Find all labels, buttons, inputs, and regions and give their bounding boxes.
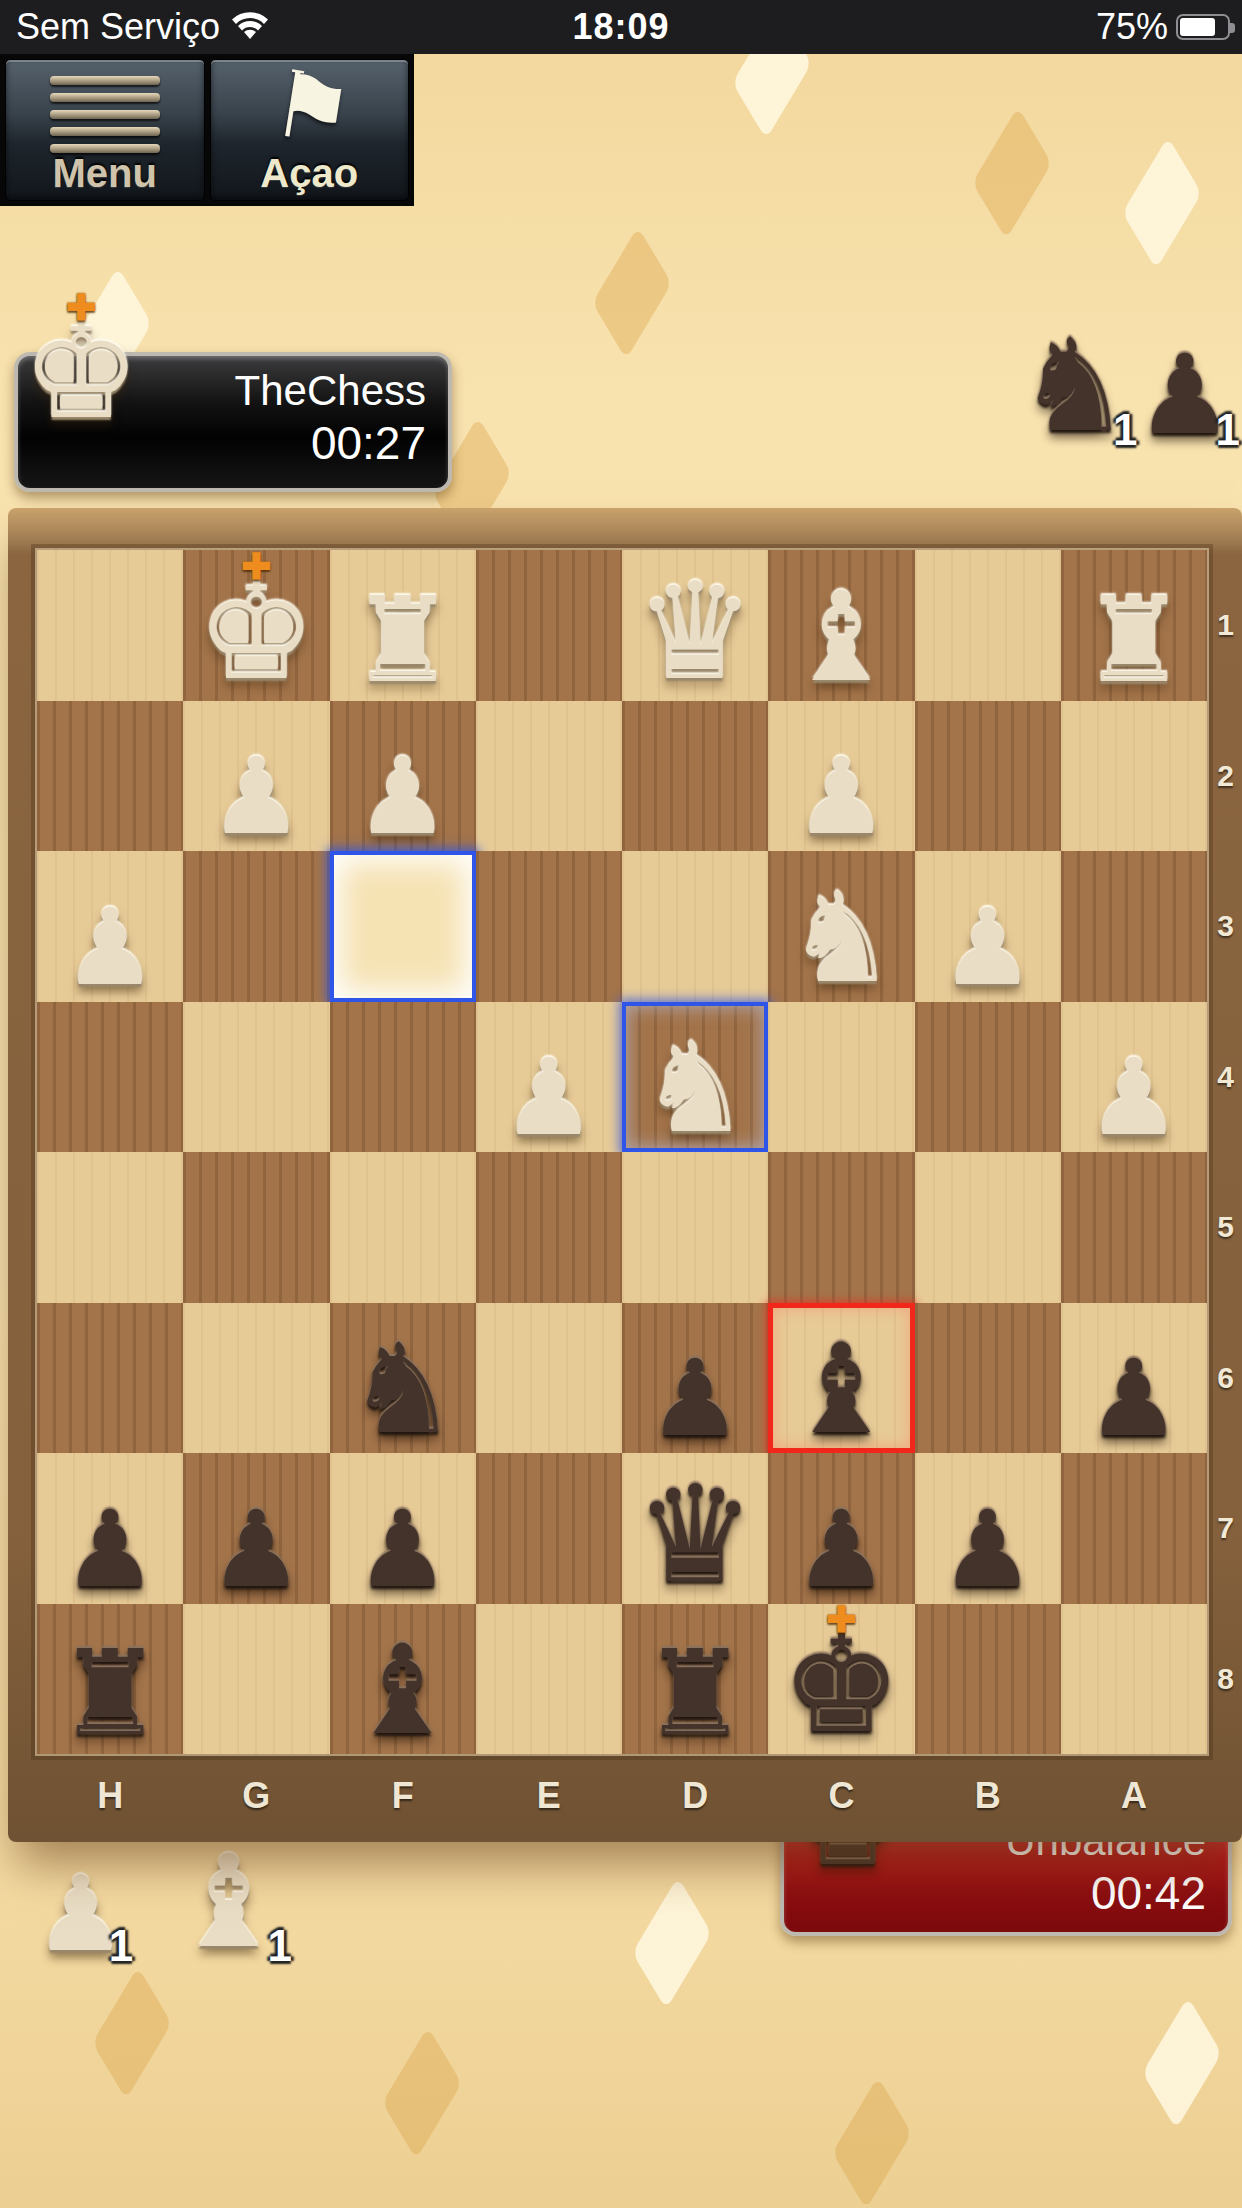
square-a5[interactable] [1061,1152,1207,1303]
black-pawn-f7[interactable]: ♟ [355,1496,450,1602]
white-knight-d4[interactable]: ♞ [640,1026,751,1150]
app-screen: Sem Serviço 18:09 75% Menu ⚑ Açao ♚✚ The… [0,0,1242,2208]
file-labels: HGFEDCBA [37,1756,1207,1836]
black-pawn-c7[interactable]: ♟ [794,1496,889,1602]
white-bishop-c1[interactable]: ♝ [786,575,897,699]
square-d4[interactable]: ♞ [622,1002,768,1153]
diamond-decor [92,1967,172,2100]
status-bar: Sem Serviço 18:09 75% [0,0,1242,54]
file-label-d: D [622,1756,768,1836]
rank-label-7: 7 [1209,1453,1242,1604]
file-label-a: A [1061,1756,1207,1836]
captured-count: 1 [1216,408,1240,452]
square-h3[interactable]: ♟ [37,851,183,1002]
chess-board-frame: ♚✚♜♛♝♜♟♟♟♟♞♟♟♞♟♞♟♝♟♟♟♟♛♟♟♜♝♜♚✚ 12345678 … [8,508,1242,1842]
black-player-clock: 00:42 [1005,1866,1206,1920]
captured-count: 1 [1113,408,1137,452]
square-b4[interactable] [915,1002,1061,1153]
rank-label-1: 1 [1209,550,1242,701]
square-d5[interactable] [622,1152,768,1303]
square-h2[interactable] [37,701,183,852]
square-g2[interactable]: ♟ [183,701,329,852]
king-cross-icon: ✚ [826,1602,856,1638]
square-c4[interactable] [768,1002,914,1153]
white-rook-a1[interactable]: ♜ [1081,581,1187,699]
white-pawn-b3[interactable]: ♟ [940,894,1035,1000]
chess-board: ♚✚♜♛♝♜♟♟♟♟♞♟♟♞♟♞♟♝♟♟♟♟♛♟♟♜♝♜♚✚ [37,550,1207,1754]
square-a1[interactable]: ♜ [1061,550,1207,701]
rank-label-8: 8 [1209,1604,1242,1755]
square-g8[interactable] [183,1604,329,1755]
black-king-c8[interactable]: ♚✚ [781,1618,901,1752]
diamond-decor [382,2027,462,2160]
captured-black-pawn: ♟1 [1135,340,1234,450]
file-label-h: H [37,1756,183,1836]
square-h4[interactable] [37,1002,183,1153]
square-c2[interactable]: ♟ [768,701,914,852]
white-rook-f1[interactable]: ♜ [350,581,456,699]
square-d3[interactable] [622,851,768,1002]
captured-count: 1 [109,1924,133,1968]
top-toolbar: Menu ⚑ Açao [0,54,414,206]
menu-button[interactable]: Menu [5,59,205,201]
rank-label-3: 3 [1209,851,1242,1002]
rank-label-6: 6 [1209,1303,1242,1454]
square-d6[interactable]: ♟ [622,1303,768,1454]
square-c6[interactable]: ♝ [768,1303,914,1454]
captured-by-black-tray: ♟1♝1 [34,1838,286,1966]
rank-label-2: 2 [1209,701,1242,852]
square-a8[interactable] [1061,1604,1207,1755]
square-e1[interactable] [476,550,622,701]
square-b1[interactable] [915,550,1061,701]
diamond-decor [1142,1997,1222,2130]
square-g6[interactable] [183,1303,329,1454]
square-a7[interactable] [1061,1453,1207,1604]
square-b3[interactable]: ♟ [915,851,1061,1002]
rank-label-5: 5 [1209,1152,1242,1303]
white-king-g1[interactable]: ♚✚ [196,565,316,699]
square-h1[interactable] [37,550,183,701]
square-a4[interactable]: ♟ [1061,1002,1207,1153]
black-bishop-c6[interactable]: ♝ [786,1327,897,1451]
white-player-name: TheChess [235,366,426,416]
square-a3[interactable] [1061,851,1207,1002]
square-e5[interactable] [476,1152,622,1303]
captured-white-bishop: ♝1 [171,1838,286,1966]
captured-white-pawn: ♟1 [34,1862,127,1966]
square-f8[interactable]: ♝ [330,1604,476,1755]
battery-percent: 75% [1096,6,1168,48]
file-label-c: C [768,1756,914,1836]
square-e4[interactable]: ♟ [476,1002,622,1153]
white-king-icon: ♚✚ [22,306,140,438]
square-c1[interactable]: ♝ [768,550,914,701]
square-d7[interactable]: ♛ [622,1453,768,1604]
action-button[interactable]: ⚑ Açao [210,59,410,201]
square-e8[interactable] [476,1604,622,1755]
captured-count: 1 [268,1924,292,1968]
diamond-decor [832,2077,912,2208]
diamond-decor [1122,137,1202,270]
square-g5[interactable] [183,1152,329,1303]
square-d2[interactable] [622,701,768,852]
black-pawn-d6[interactable]: ♟ [648,1345,743,1451]
square-e2[interactable] [476,701,622,852]
square-g3[interactable] [183,851,329,1002]
square-e6[interactable] [476,1303,622,1454]
file-label-f: F [330,1756,476,1836]
square-f6[interactable]: ♞ [330,1303,476,1454]
white-pawn-g2[interactable]: ♟ [209,743,304,849]
square-h8[interactable]: ♜ [37,1604,183,1755]
black-pawn-a6[interactable]: ♟ [1086,1345,1181,1451]
rank-labels: 12345678 [1209,550,1242,1754]
square-d1[interactable]: ♛ [622,550,768,701]
rank-label-4: 4 [1209,1002,1242,1153]
square-f2[interactable]: ♟ [330,701,476,852]
square-f1[interactable]: ♜ [330,550,476,701]
white-queen-d1[interactable]: ♛ [635,565,755,699]
black-queen-d7[interactable]: ♛ [635,1468,755,1602]
black-pawn-g7[interactable]: ♟ [209,1496,304,1602]
square-h5[interactable] [37,1152,183,1303]
black-bishop-f8[interactable]: ♝ [347,1628,458,1752]
square-h7[interactable]: ♟ [37,1453,183,1604]
file-label-b: B [915,1756,1061,1836]
white-knight-c3[interactable]: ♞ [786,876,897,1000]
square-h6[interactable] [37,1303,183,1454]
diamond-decor [972,107,1052,240]
diamond-decor [592,227,672,360]
captured-by-white-tray: ♞1♟1 [1017,322,1234,450]
white-pawn-f2[interactable]: ♟ [355,743,450,849]
battery-icon [1176,14,1230,40]
square-f7[interactable]: ♟ [330,1453,476,1604]
square-b5[interactable] [915,1152,1061,1303]
square-c5[interactable] [768,1152,914,1303]
square-b2[interactable] [915,701,1061,852]
square-f5[interactable] [330,1152,476,1303]
square-g4[interactable] [183,1002,329,1153]
square-e7[interactable] [476,1453,622,1604]
square-d8[interactable]: ♜ [622,1604,768,1755]
square-b6[interactable] [915,1303,1061,1454]
white-pawn-e4[interactable]: ♟ [501,1044,596,1150]
square-c7[interactable]: ♟ [768,1453,914,1604]
black-pawn-h7[interactable]: ♟ [63,1496,158,1602]
square-b8[interactable] [915,1604,1061,1755]
flag-icon: ⚑ [265,56,361,160]
square-f3[interactable] [330,851,476,1002]
square-c3[interactable]: ♞ [768,851,914,1002]
king-cross-icon: ✚ [241,549,271,585]
file-label-g: G [183,1756,329,1836]
white-player-clock: 00:27 [235,416,426,470]
white-player-plate: ♚✚ TheChess 00:27 [14,352,452,492]
white-pawn-h3[interactable]: ♟ [63,894,158,1000]
white-pawn-c2[interactable]: ♟ [794,743,889,849]
black-rook-d8[interactable]: ♜ [642,1634,748,1752]
square-a6[interactable]: ♟ [1061,1303,1207,1454]
square-b7[interactable]: ♟ [915,1453,1061,1604]
square-f4[interactable] [330,1002,476,1153]
clock-time: 18:09 [0,6,1242,48]
black-pawn-b7[interactable]: ♟ [940,1496,1035,1602]
square-g7[interactable]: ♟ [183,1453,329,1604]
square-a2[interactable] [1061,701,1207,852]
file-label-e: E [476,1756,622,1836]
square-e3[interactable] [476,851,622,1002]
captured-black-knight: ♞1 [1017,322,1132,450]
square-g1[interactable]: ♚✚ [183,550,329,701]
hamburger-icon [50,76,160,161]
white-pawn-a4[interactable]: ♟ [1086,1044,1181,1150]
king-cross-icon: ✚ [66,290,96,326]
square-c8[interactable]: ♚✚ [768,1604,914,1755]
black-rook-h8[interactable]: ♜ [57,1634,163,1752]
black-knight-f6[interactable]: ♞ [347,1327,458,1451]
diamond-decor [632,1877,712,2010]
